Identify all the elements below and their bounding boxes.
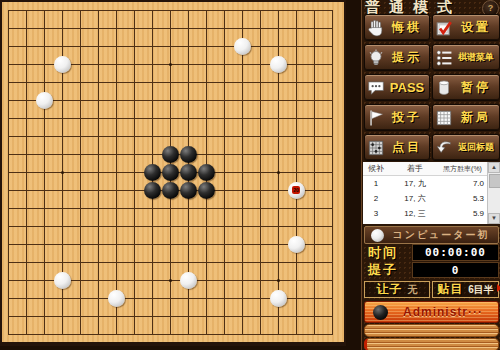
intersection[interactable] [71,325,89,342]
intersection[interactable] [269,307,287,325]
intersection[interactable] [71,145,89,163]
intersection[interactable] [107,181,125,199]
intersection[interactable] [125,199,143,217]
intersection[interactable] [161,19,179,37]
intersection[interactable] [269,217,287,235]
intersection[interactable] [35,145,53,163]
intersection[interactable] [197,145,215,163]
intersection[interactable] [179,217,197,235]
intersection[interactable] [215,19,233,37]
intersection[interactable] [161,73,179,91]
intersection[interactable] [17,127,35,145]
intersection[interactable] [251,217,269,235]
intersection[interactable] [17,55,35,73]
intersection[interactable] [197,37,215,55]
intersection[interactable] [2,91,17,109]
scroll-up-arrow[interactable]: ▲ [488,162,500,173]
intersection[interactable] [305,325,323,342]
scroll-down-arrow[interactable]: ▼ [488,213,500,224]
intersection[interactable] [35,325,53,342]
intersection[interactable] [179,289,197,307]
intersection[interactable] [71,37,89,55]
intersection[interactable] [53,145,71,163]
intersection[interactable] [143,127,161,145]
intersection[interactable] [35,19,53,37]
intersection[interactable] [125,2,143,19]
intersection[interactable] [269,235,287,253]
intersection[interactable] [53,127,71,145]
intersection[interactable] [287,73,305,91]
intersection[interactable] [233,55,251,73]
intersection[interactable] [179,235,197,253]
intersection[interactable] [143,109,161,127]
intersection[interactable] [323,2,341,19]
resign-button[interactable]: 投子 [364,104,430,131]
intersection[interactable] [143,235,161,253]
intersection[interactable] [53,163,71,181]
intersection[interactable] [17,181,35,199]
intersection[interactable] [2,163,17,181]
intersection[interactable] [287,163,305,181]
intersection[interactable] [2,19,17,37]
intersection[interactable]: ● [143,181,161,199]
intersection[interactable] [53,91,71,109]
intersection[interactable] [125,163,143,181]
intersection[interactable] [233,325,251,342]
intersection[interactable] [89,127,107,145]
intersection[interactable] [305,91,323,109]
intersection[interactable] [197,127,215,145]
intersection[interactable] [251,181,269,199]
intersection[interactable] [323,217,341,235]
intersection[interactable] [233,199,251,217]
intersection[interactable] [287,2,305,19]
intersection[interactable] [71,55,89,73]
intersection[interactable] [161,235,179,253]
intersection[interactable] [323,19,341,37]
intersection[interactable] [161,271,179,289]
intersection[interactable] [215,145,233,163]
intersection[interactable] [287,217,305,235]
intersection[interactable] [35,199,53,217]
intersection[interactable] [125,91,143,109]
intersection[interactable] [2,253,17,271]
intersection[interactable] [107,217,125,235]
intersection[interactable] [287,145,305,163]
intersection[interactable] [89,217,107,235]
intersection[interactable] [125,235,143,253]
intersection[interactable] [251,289,269,307]
intersection[interactable] [323,199,341,217]
intersection[interactable] [197,253,215,271]
intersection[interactable] [125,127,143,145]
intersection[interactable] [71,235,89,253]
pause-button[interactable]: 暂停 [432,74,500,101]
intersection[interactable] [215,163,233,181]
intersection[interactable] [179,73,197,91]
intersection[interactable] [17,19,35,37]
intersection[interactable] [125,145,143,163]
intersection[interactable] [305,2,323,19]
intersection[interactable] [2,199,17,217]
intersection[interactable] [305,253,323,271]
intersection[interactable] [305,235,323,253]
intersection[interactable] [197,325,215,342]
intersection[interactable] [215,235,233,253]
intersection[interactable] [215,55,233,73]
intersection[interactable] [233,253,251,271]
go-board[interactable]: ○○○○●●●●●●●●●●○20○○○○○ [0,0,346,346]
intersection[interactable] [35,2,53,19]
intersection[interactable] [53,199,71,217]
intersection[interactable] [71,127,89,145]
intersection[interactable] [323,73,341,91]
intersection[interactable] [197,271,215,289]
intersection[interactable] [143,19,161,37]
intersection[interactable] [305,289,323,307]
intersection[interactable] [233,217,251,235]
intersection[interactable]: ○ [233,37,251,55]
intersection[interactable] [17,253,35,271]
intersection[interactable] [161,109,179,127]
intersection[interactable] [269,109,287,127]
intersection[interactable] [17,91,35,109]
intersection[interactable]: ● [179,181,197,199]
intersection[interactable] [323,109,341,127]
intersection[interactable] [89,73,107,91]
intersection[interactable] [71,91,89,109]
intersection[interactable]: ○ [269,55,287,73]
intersection[interactable] [251,199,269,217]
intersection[interactable] [35,271,53,289]
intersection[interactable] [143,199,161,217]
intersection[interactable] [107,2,125,19]
intersection[interactable] [89,181,107,199]
intersection[interactable] [323,127,341,145]
table-scrollbar[interactable]: ▲ ▼ [487,162,500,224]
intersection[interactable] [71,217,89,235]
intersection[interactable] [2,307,17,325]
intersection[interactable] [197,199,215,217]
intersection[interactable] [251,2,269,19]
intersection[interactable] [107,19,125,37]
intersection[interactable] [89,325,107,342]
intersection[interactable] [215,181,233,199]
record-menu-button[interactable]: 棋谱菜单 [432,44,500,71]
intersection[interactable] [287,253,305,271]
intersection[interactable] [89,163,107,181]
intersection[interactable] [215,289,233,307]
board-intersections[interactable]: ○○○○●●●●●●●●●●○20○○○○○ [2,2,341,342]
intersection[interactable] [125,37,143,55]
intersection[interactable] [215,127,233,145]
intersection[interactable] [53,181,71,199]
intersection[interactable] [323,325,341,342]
intersection[interactable]: ● [197,163,215,181]
intersection[interactable] [251,235,269,253]
intersection[interactable] [2,109,17,127]
intersection[interactable] [143,73,161,91]
intersection[interactable] [143,91,161,109]
intersection[interactable] [287,325,305,342]
intersection[interactable] [53,289,71,307]
settings-button[interactable]: 设置 [432,14,500,41]
intersection[interactable] [179,55,197,73]
intersection[interactable] [197,235,215,253]
intersection[interactable] [125,325,143,342]
intersection[interactable] [89,19,107,37]
intersection[interactable] [197,109,215,127]
intersection[interactable] [17,145,35,163]
intersection[interactable] [125,289,143,307]
return-title-button[interactable]: 返回标题 [432,134,500,161]
intersection[interactable] [323,181,341,199]
intersection[interactable] [143,289,161,307]
intersection[interactable] [305,145,323,163]
intersection[interactable] [161,289,179,307]
intersection[interactable] [35,55,53,73]
intersection[interactable]: ○ [35,91,53,109]
candidate-move-table[interactable]: 候补 着手 黑方胜率(%) 117, 九7.0217, 六5.3312, 三5.… [363,162,500,224]
intersection[interactable] [125,55,143,73]
intersection[interactable] [269,127,287,145]
intersection[interactable] [215,307,233,325]
intersection[interactable]: ○20 [287,181,305,199]
intersection[interactable] [323,271,341,289]
intersection[interactable] [323,91,341,109]
intersection[interactable] [197,289,215,307]
intersection[interactable] [287,91,305,109]
intersection[interactable] [305,163,323,181]
intersection[interactable] [71,73,89,91]
intersection[interactable] [125,217,143,235]
intersection[interactable] [89,91,107,109]
intersection[interactable] [251,163,269,181]
intersection[interactable] [197,73,215,91]
intersection[interactable]: ● [161,145,179,163]
intersection[interactable] [215,2,233,19]
intersection[interactable] [269,2,287,19]
intersection[interactable] [215,73,233,91]
intersection[interactable] [71,2,89,19]
intersection[interactable] [305,307,323,325]
intersection[interactable] [71,253,89,271]
intersection[interactable] [197,91,215,109]
intersection[interactable] [2,2,17,19]
intersection[interactable] [89,37,107,55]
intersection[interactable] [251,145,269,163]
intersection[interactable] [143,271,161,289]
scroll-thumb[interactable] [489,174,500,188]
intersection[interactable] [2,73,17,91]
intersection[interactable] [125,19,143,37]
intersection[interactable] [287,37,305,55]
candidate-row[interactable]: 217, 六5.3 [363,191,500,206]
intersection[interactable] [287,109,305,127]
intersection[interactable] [35,307,53,325]
hint-button[interactable]: 提示 [364,44,430,71]
intersection[interactable] [305,109,323,127]
intersection[interactable] [197,2,215,19]
intersection[interactable] [2,145,17,163]
intersection[interactable] [2,271,17,289]
intersection[interactable] [35,37,53,55]
intersection[interactable] [2,127,17,145]
intersection[interactable] [287,55,305,73]
intersection[interactable] [89,271,107,289]
intersection[interactable] [71,271,89,289]
intersection[interactable] [179,325,197,342]
intersection[interactable] [143,307,161,325]
intersection[interactable] [269,199,287,217]
intersection[interactable]: ● [179,145,197,163]
intersection[interactable] [143,217,161,235]
intersection[interactable] [269,253,287,271]
intersection[interactable] [179,109,197,127]
intersection[interactable]: ● [143,163,161,181]
intersection[interactable] [107,199,125,217]
intersection[interactable] [323,55,341,73]
intersection[interactable] [305,73,323,91]
intersection[interactable] [107,73,125,91]
intersection[interactable] [71,109,89,127]
intersection[interactable] [179,199,197,217]
intersection[interactable]: ○ [179,271,197,289]
black-player-bar[interactable]: Administr··· [364,301,499,323]
intersection[interactable] [125,181,143,199]
intersection[interactable] [143,325,161,342]
intersection[interactable] [305,181,323,199]
intersection[interactable] [305,271,323,289]
intersection[interactable] [35,289,53,307]
intersection[interactable] [35,217,53,235]
intersection[interactable] [143,253,161,271]
candidate-row[interactable]: 312, 三5.9 [363,206,500,221]
intersection[interactable] [305,55,323,73]
intersection[interactable] [233,73,251,91]
intersection[interactable] [269,37,287,55]
intersection[interactable] [71,19,89,37]
intersection[interactable] [287,19,305,37]
intersection[interactable]: ● [179,163,197,181]
intersection[interactable] [233,289,251,307]
intersection[interactable] [107,91,125,109]
intersection[interactable] [287,199,305,217]
intersection[interactable] [53,19,71,37]
intersection[interactable] [107,325,125,342]
intersection[interactable] [233,145,251,163]
intersection[interactable]: ● [161,181,179,199]
intersection[interactable] [323,145,341,163]
intersection[interactable] [2,37,17,55]
intersection[interactable] [2,325,17,342]
intersection[interactable] [215,271,233,289]
intersection[interactable] [107,127,125,145]
intersection[interactable] [287,127,305,145]
intersection[interactable] [17,235,35,253]
intersection[interactable] [233,91,251,109]
intersection[interactable] [305,37,323,55]
intersection[interactable] [233,235,251,253]
intersection[interactable]: ○ [287,235,305,253]
intersection[interactable] [53,109,71,127]
intersection[interactable] [89,253,107,271]
intersection[interactable] [197,55,215,73]
intersection[interactable] [323,289,341,307]
intersection[interactable] [305,19,323,37]
intersection[interactable] [107,253,125,271]
intersection[interactable] [107,271,125,289]
intersection[interactable] [125,109,143,127]
intersection[interactable]: ○ [107,289,125,307]
intersection[interactable] [179,91,197,109]
intersection[interactable] [161,199,179,217]
intersection[interactable] [215,109,233,127]
intersection[interactable] [305,127,323,145]
intersection[interactable] [251,307,269,325]
intersection[interactable] [287,289,305,307]
intersection[interactable] [269,73,287,91]
intersection[interactable] [143,37,161,55]
intersection[interactable] [53,217,71,235]
intersection[interactable] [2,217,17,235]
intersection[interactable] [215,325,233,342]
intersection[interactable] [323,253,341,271]
intersection[interactable] [17,325,35,342]
intersection[interactable] [53,307,71,325]
intersection[interactable] [323,163,341,181]
intersection[interactable] [17,109,35,127]
intersection[interactable] [107,55,125,73]
intersection[interactable] [53,253,71,271]
intersection[interactable]: ○ [53,55,71,73]
intersection[interactable] [89,235,107,253]
intersection[interactable] [215,91,233,109]
count-button[interactable]: 点目 [364,134,430,161]
intersection[interactable] [233,307,251,325]
intersection[interactable] [305,199,323,217]
intersection[interactable] [89,307,107,325]
intersection[interactable] [53,73,71,91]
intersection[interactable] [17,37,35,55]
intersection[interactable] [179,307,197,325]
intersection[interactable] [35,109,53,127]
intersection[interactable] [251,271,269,289]
intersection[interactable]: ● [161,163,179,181]
intersection[interactable] [269,271,287,289]
intersection[interactable] [233,109,251,127]
intersection[interactable] [179,19,197,37]
intersection[interactable] [215,253,233,271]
intersection[interactable] [53,2,71,19]
intersection[interactable] [161,2,179,19]
intersection[interactable]: ○ [53,271,71,289]
intersection[interactable] [143,2,161,19]
intersection[interactable] [251,55,269,73]
intersection[interactable] [161,55,179,73]
intersection[interactable] [179,127,197,145]
intersection[interactable] [35,127,53,145]
intersection[interactable] [323,235,341,253]
intersection[interactable] [53,325,71,342]
intersection[interactable] [17,289,35,307]
intersection[interactable] [125,271,143,289]
intersection[interactable] [107,37,125,55]
intersection[interactable] [89,199,107,217]
intersection[interactable] [53,37,71,55]
intersection[interactable] [233,2,251,19]
intersection[interactable] [125,253,143,271]
